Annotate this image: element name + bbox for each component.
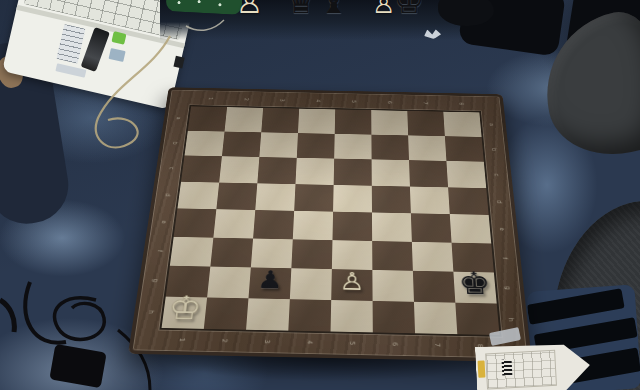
square-h1: ♔ xyxy=(162,296,208,329)
green-sticker xyxy=(111,31,126,45)
square-e5 xyxy=(332,212,372,241)
square-c8 xyxy=(446,161,486,188)
square-a5 xyxy=(335,109,372,134)
spec-sticker xyxy=(56,24,86,64)
square-d8 xyxy=(448,187,489,215)
white-pawn-g5: ♙ xyxy=(339,269,365,294)
square-f3 xyxy=(251,238,293,268)
square-d7 xyxy=(410,186,450,214)
black-cable-loop xyxy=(54,298,104,340)
tournament-hall-photo: ♙♛♝♙♚ 12345678 12345678 abcdefgh abcdefg… xyxy=(0,0,640,390)
square-g6 xyxy=(372,270,414,301)
square-c4 xyxy=(295,158,334,185)
square-e7 xyxy=(411,213,452,242)
black-king-g8: ♚ xyxy=(457,268,492,300)
chessboard: 12345678 12345678 abcdefgh abcdefgh ♟♙♚♔ xyxy=(128,87,532,362)
square-a3 xyxy=(261,108,299,133)
square-f6 xyxy=(372,241,413,271)
square-h5 xyxy=(331,300,373,333)
square-c2 xyxy=(219,156,259,183)
square-b7 xyxy=(408,135,446,161)
square-h4 xyxy=(288,299,331,332)
square-f7 xyxy=(412,241,454,271)
square-a1 xyxy=(188,106,227,131)
laptop-port xyxy=(173,56,184,69)
black-sticker xyxy=(81,27,110,72)
square-a8 xyxy=(443,112,481,137)
square-b8 xyxy=(445,136,484,162)
scoresheet-logo xyxy=(478,361,486,378)
square-c5 xyxy=(334,159,372,186)
square-a4 xyxy=(298,109,335,134)
black-cable-edge xyxy=(0,300,14,332)
square-h2 xyxy=(204,297,249,330)
square-g8: ♚ xyxy=(453,272,496,303)
square-d4 xyxy=(294,184,333,212)
offboard-black-queen: ♛ xyxy=(286,0,316,18)
square-d3 xyxy=(255,183,295,211)
square-d6 xyxy=(372,185,411,213)
square-h7 xyxy=(414,301,457,334)
square-e3 xyxy=(253,210,294,239)
square-e2 xyxy=(213,209,255,238)
square-b5 xyxy=(334,134,371,160)
square-b2 xyxy=(222,131,261,157)
offboard-white-pawn: ♙ xyxy=(372,0,395,17)
square-h8 xyxy=(455,302,499,335)
square-d1 xyxy=(177,181,219,209)
square-b4 xyxy=(297,133,335,159)
square-d2 xyxy=(216,182,257,210)
square-a6 xyxy=(371,110,408,135)
square-b1 xyxy=(185,130,225,156)
black-pawn-g3: ♟ xyxy=(257,268,284,293)
white-king-h1: ♔ xyxy=(166,292,203,325)
square-b3 xyxy=(259,132,298,158)
square-e4 xyxy=(293,211,333,240)
square-e6 xyxy=(372,212,412,241)
square-d5 xyxy=(333,185,372,213)
square-f1 xyxy=(170,236,214,266)
square-c3 xyxy=(257,157,296,184)
square-f2 xyxy=(210,237,253,267)
square-g7 xyxy=(413,271,455,302)
scoresheet-barcode xyxy=(502,359,513,376)
square-b6 xyxy=(371,134,409,160)
black-cable xyxy=(25,282,66,343)
square-f4 xyxy=(291,239,332,269)
square-e8 xyxy=(450,214,491,243)
square-a2 xyxy=(225,107,264,132)
shadow-bar xyxy=(527,288,625,324)
blue-sticker xyxy=(109,48,126,62)
square-c1 xyxy=(181,155,222,182)
square-h3 xyxy=(246,298,290,331)
square-e1 xyxy=(174,208,217,237)
offboard-white-pawn: ♙ xyxy=(236,0,263,18)
square-a7 xyxy=(407,111,445,136)
square-g2 xyxy=(207,267,251,298)
square-h6 xyxy=(373,301,415,334)
square-c6 xyxy=(372,159,410,186)
square-g5: ♙ xyxy=(331,269,372,300)
square-g4 xyxy=(290,268,332,299)
square-f5 xyxy=(332,240,373,270)
offboard-black-king: ♚ xyxy=(394,0,424,18)
power-adapter xyxy=(49,344,106,388)
scoresheet-grid xyxy=(485,350,557,390)
square-c7 xyxy=(409,160,448,187)
board-squares: ♟♙♚♔ xyxy=(162,106,500,335)
offboard-black-bishop: ♝ xyxy=(320,0,348,18)
square-g3: ♟ xyxy=(249,267,292,298)
